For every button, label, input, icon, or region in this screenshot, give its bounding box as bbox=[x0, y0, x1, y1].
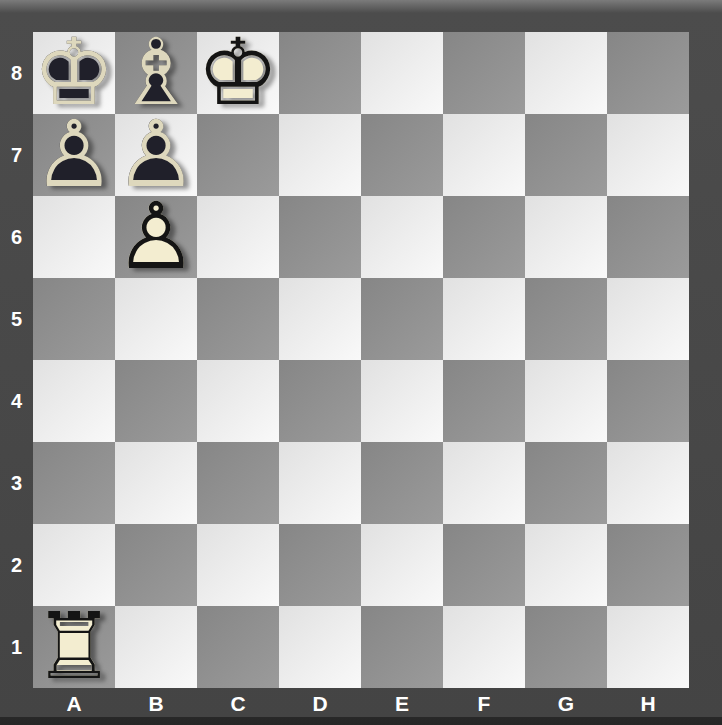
square-b1[interactable] bbox=[115, 606, 197, 688]
square-a3[interactable] bbox=[33, 442, 115, 524]
rank-label-5: 5 bbox=[0, 278, 33, 360]
square-a4[interactable] bbox=[33, 360, 115, 442]
square-d1[interactable] bbox=[279, 606, 361, 688]
square-a7[interactable]: ♟♙ bbox=[33, 114, 115, 196]
square-h7[interactable] bbox=[607, 114, 689, 196]
rank-label-7: 7 bbox=[0, 114, 33, 196]
square-b4[interactable] bbox=[115, 360, 197, 442]
piece-white-rook[interactable]: ♜♖ bbox=[33, 606, 115, 688]
piece-white-king[interactable]: ♚♔ bbox=[197, 32, 279, 114]
square-g8[interactable] bbox=[525, 32, 607, 114]
square-g6[interactable] bbox=[525, 196, 607, 278]
square-e7[interactable] bbox=[361, 114, 443, 196]
square-d4[interactable] bbox=[279, 360, 361, 442]
file-labels: ABCDEFGH bbox=[33, 688, 689, 720]
square-c2[interactable] bbox=[197, 524, 279, 606]
square-d6[interactable] bbox=[279, 196, 361, 278]
square-h4[interactable] bbox=[607, 360, 689, 442]
file-label-g: G bbox=[525, 688, 607, 720]
square-h5[interactable] bbox=[607, 278, 689, 360]
file-label-f: F bbox=[443, 688, 525, 720]
chess-board[interactable]: ♚♔♝♗♚♔♟♙♟♙♟♙♜♖ bbox=[33, 32, 689, 688]
square-h8[interactable] bbox=[607, 32, 689, 114]
square-f5[interactable] bbox=[443, 278, 525, 360]
square-e3[interactable] bbox=[361, 442, 443, 524]
square-c5[interactable] bbox=[197, 278, 279, 360]
rank-label-8: 8 bbox=[0, 32, 33, 114]
file-label-e: E bbox=[361, 688, 443, 720]
file-label-c: C bbox=[197, 688, 279, 720]
rank-label-1: 1 bbox=[0, 606, 33, 688]
square-b6[interactable]: ♟♙ bbox=[115, 196, 197, 278]
square-b3[interactable] bbox=[115, 442, 197, 524]
square-c6[interactable] bbox=[197, 196, 279, 278]
file-label-a: A bbox=[33, 688, 115, 720]
square-e1[interactable] bbox=[361, 606, 443, 688]
square-b2[interactable] bbox=[115, 524, 197, 606]
rank-labels: 87654321 bbox=[0, 32, 33, 688]
square-e8[interactable] bbox=[361, 32, 443, 114]
square-e5[interactable] bbox=[361, 278, 443, 360]
square-g5[interactable] bbox=[525, 278, 607, 360]
black-pawn-glyph-outline: ♙ bbox=[33, 114, 115, 196]
square-f6[interactable] bbox=[443, 196, 525, 278]
white-king-glyph-outline: ♔ bbox=[197, 32, 279, 114]
square-g1[interactable] bbox=[525, 606, 607, 688]
square-f1[interactable] bbox=[443, 606, 525, 688]
square-b5[interactable] bbox=[115, 278, 197, 360]
square-g7[interactable] bbox=[525, 114, 607, 196]
square-d3[interactable] bbox=[279, 442, 361, 524]
square-d2[interactable] bbox=[279, 524, 361, 606]
square-h1[interactable] bbox=[607, 606, 689, 688]
square-h2[interactable] bbox=[607, 524, 689, 606]
square-f4[interactable] bbox=[443, 360, 525, 442]
square-c8[interactable]: ♚♔ bbox=[197, 32, 279, 114]
square-c4[interactable] bbox=[197, 360, 279, 442]
rank-label-3: 3 bbox=[0, 442, 33, 524]
square-c3[interactable] bbox=[197, 442, 279, 524]
square-e4[interactable] bbox=[361, 360, 443, 442]
file-label-b: B bbox=[115, 688, 197, 720]
file-label-h: H bbox=[607, 688, 689, 720]
square-d5[interactable] bbox=[279, 278, 361, 360]
rank-label-2: 2 bbox=[0, 524, 33, 606]
square-f7[interactable] bbox=[443, 114, 525, 196]
white-pawn-glyph-outline: ♙ bbox=[115, 196, 197, 278]
square-f3[interactable] bbox=[443, 442, 525, 524]
rank-label-6: 6 bbox=[0, 196, 33, 278]
square-a1[interactable]: ♜♖ bbox=[33, 606, 115, 688]
square-e6[interactable] bbox=[361, 196, 443, 278]
square-e2[interactable] bbox=[361, 524, 443, 606]
square-d7[interactable] bbox=[279, 114, 361, 196]
square-c7[interactable] bbox=[197, 114, 279, 196]
file-label-d: D bbox=[279, 688, 361, 720]
square-h3[interactable] bbox=[607, 442, 689, 524]
rank-label-4: 4 bbox=[0, 360, 33, 442]
square-f2[interactable] bbox=[443, 524, 525, 606]
square-f8[interactable] bbox=[443, 32, 525, 114]
square-g3[interactable] bbox=[525, 442, 607, 524]
chess-board-frame: 87654321 ♚♔♝♗♚♔♟♙♟♙♟♙♜♖ ABCDEFGH bbox=[0, 0, 722, 725]
square-h6[interactable] bbox=[607, 196, 689, 278]
white-rook-glyph-outline: ♖ bbox=[33, 606, 115, 688]
piece-white-pawn[interactable]: ♟♙ bbox=[115, 196, 197, 278]
square-a5[interactable] bbox=[33, 278, 115, 360]
square-g4[interactable] bbox=[525, 360, 607, 442]
square-c1[interactable] bbox=[197, 606, 279, 688]
square-d8[interactable] bbox=[279, 32, 361, 114]
square-g2[interactable] bbox=[525, 524, 607, 606]
piece-black-pawn[interactable]: ♟♙ bbox=[33, 114, 115, 196]
square-a6[interactable] bbox=[33, 196, 115, 278]
